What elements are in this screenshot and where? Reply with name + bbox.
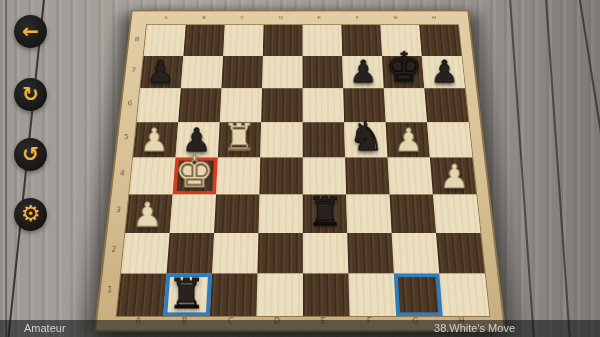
square-a8[interactable] [144, 25, 186, 56]
square-b3[interactable] [170, 194, 216, 233]
board-frame: ♟♟♚♟♟♟♜♞♟♚♟♟♜♜ ABCDEFGH ABCDEFGH 8765432… [94, 10, 506, 332]
square-e1[interactable] [303, 274, 350, 317]
square-f1[interactable] [348, 274, 396, 317]
redo-button[interactable]: ↻ [14, 78, 47, 111]
settings-button[interactable]: ⚙ [14, 198, 47, 231]
file-label-top-D: D [262, 11, 300, 24]
square-a5[interactable]: ♟ [133, 122, 178, 157]
file-label-top-A: A [146, 11, 185, 24]
file-label-top-F: F [338, 11, 377, 24]
chess-board[interactable]: ♟♟♚♟♟♟♜♞♟♚♟♟♜♜ [116, 24, 491, 317]
square-c8[interactable] [223, 25, 263, 56]
square-e8[interactable] [302, 25, 342, 56]
square-g3[interactable] [390, 194, 436, 233]
square-c2[interactable] [212, 233, 258, 274]
square-d3[interactable] [258, 194, 302, 233]
gear-icon: ⚙ [21, 203, 41, 225]
square-f4[interactable] [345, 157, 389, 194]
square-h8[interactable] [419, 25, 461, 56]
square-b4[interactable]: ♚ [173, 157, 218, 194]
plank-seam [5, 0, 7, 337]
status-bar: Amateur 38.White's Move [0, 320, 600, 337]
square-e3[interactable]: ♜ [303, 194, 347, 233]
square-d8[interactable] [263, 25, 303, 56]
square-h4[interactable]: ♟ [430, 157, 476, 194]
piece-wP-h4[interactable]: ♟ [433, 160, 476, 193]
piece-bK-g7[interactable]: ♚ [384, 46, 425, 87]
file-label-top-B: B [185, 11, 224, 24]
square-g1[interactable] [394, 274, 443, 317]
square-d4[interactable] [259, 157, 302, 194]
square-a2[interactable] [121, 233, 170, 274]
piece-bP-f7[interactable]: ♟ [343, 57, 384, 88]
square-f3[interactable] [346, 194, 391, 233]
square-h2[interactable] [436, 233, 485, 274]
square-d5[interactable] [260, 122, 302, 157]
plank-seam [574, 0, 600, 169]
square-h5[interactable] [427, 122, 472, 157]
square-d2[interactable] [257, 233, 302, 274]
square-a3[interactable]: ♟ [125, 194, 172, 233]
square-h7[interactable]: ♟ [422, 56, 465, 88]
undo-button[interactable]: ↺ [14, 138, 47, 171]
file-label-top-H: H [414, 11, 453, 24]
plank-seam [508, 0, 537, 337]
square-d1[interactable] [256, 274, 303, 317]
square-d6[interactable] [261, 88, 302, 122]
square-f5[interactable]: ♞ [344, 122, 387, 157]
chess-board-scene: ♟♟♚♟♟♟♜♞♟♚♟♟♜♜ ABCDEFGH ABCDEFGH 8765432… [94, 10, 506, 332]
square-b8[interactable] [183, 25, 224, 56]
square-a1[interactable] [117, 274, 167, 317]
piece-bP-a7[interactable]: ♟ [140, 57, 181, 88]
square-d7[interactable] [262, 56, 303, 88]
undo-icon: ↺ [22, 144, 39, 164]
square-g4[interactable] [388, 157, 433, 194]
piece-bN-f5[interactable]: ♞ [345, 117, 387, 157]
file-labels-top: ABCDEFGH [146, 11, 454, 24]
piece-bR-e3[interactable]: ♜ [303, 193, 347, 233]
piece-wP-a5[interactable]: ♟ [133, 124, 175, 156]
square-g7[interactable]: ♚ [382, 56, 424, 88]
square-g2[interactable] [392, 233, 440, 274]
square-b1[interactable]: ♜ [163, 274, 212, 317]
square-e5[interactable] [303, 122, 345, 157]
square-c3[interactable] [214, 194, 259, 233]
back-button[interactable]: ← [14, 15, 47, 48]
square-g5[interactable]: ♟ [386, 122, 430, 157]
square-e6[interactable] [303, 88, 345, 122]
square-f2[interactable] [347, 233, 394, 274]
piece-wP-g5[interactable]: ♟ [387, 124, 429, 156]
square-g6[interactable] [384, 88, 427, 122]
file-label-top-E: E [300, 11, 338, 24]
redo-icon: ↻ [22, 84, 39, 104]
square-c5[interactable]: ♜ [218, 122, 261, 157]
square-h6[interactable] [424, 88, 468, 122]
piece-wR-c5[interactable]: ♜ [218, 119, 260, 157]
square-a7[interactable]: ♟ [140, 56, 183, 88]
square-f7[interactable]: ♟ [342, 56, 383, 88]
chess-app: ← ↻ ↺ ⚙ ♟♟♚♟♟♟♜♞♟♚♟♟♜♜ ABCDEFGH ABCDEFGH… [0, 0, 600, 337]
piece-wK-b4[interactable]: ♚ [173, 149, 216, 193]
square-b7[interactable] [181, 56, 223, 88]
square-e7[interactable] [303, 56, 344, 88]
move-indicator: 38.White's Move [434, 320, 515, 337]
square-f8[interactable] [341, 25, 382, 56]
square-e2[interactable] [303, 233, 349, 274]
square-h3[interactable] [433, 194, 481, 233]
file-label-top-G: G [376, 11, 415, 24]
back-icon: ← [22, 21, 39, 41]
square-b2[interactable] [167, 233, 215, 274]
square-c1[interactable] [210, 274, 258, 317]
square-a4[interactable] [129, 157, 175, 194]
square-b6[interactable] [178, 88, 221, 122]
square-h1[interactable] [439, 274, 489, 317]
square-a6[interactable] [137, 88, 181, 122]
piece-bP-h7[interactable]: ♟ [424, 57, 465, 88]
plank-seam [544, 0, 573, 337]
file-label-top-C: C [223, 11, 262, 24]
square-c4[interactable] [216, 157, 260, 194]
piece-bR-b1[interactable]: ♜ [163, 274, 210, 316]
difficulty-label: Amateur [24, 320, 66, 337]
piece-wP-a3[interactable]: ♟ [125, 198, 169, 232]
square-c7[interactable] [221, 56, 262, 88]
rank-label-8: 8 [128, 24, 146, 55]
